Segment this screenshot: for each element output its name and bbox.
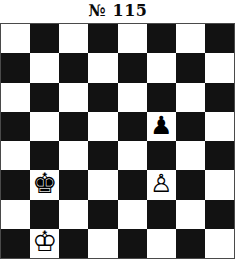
black-king-b3: ♚ <box>32 170 57 198</box>
square-a6 <box>1 83 30 112</box>
square-a3 <box>1 170 30 199</box>
square-f6 <box>147 83 176 112</box>
square-b7 <box>30 53 59 82</box>
square-g8 <box>176 24 205 53</box>
square-f5: ♟ <box>147 112 176 141</box>
square-h7 <box>205 53 234 82</box>
square-g3 <box>176 170 205 199</box>
square-a2 <box>1 200 30 229</box>
square-b5 <box>30 112 59 141</box>
square-f1 <box>147 229 176 258</box>
square-h6 <box>205 83 234 112</box>
square-b4 <box>30 141 59 170</box>
square-h2 <box>205 200 234 229</box>
square-c6 <box>59 83 88 112</box>
square-a1 <box>1 229 30 258</box>
white-pawn-f3: ♙ <box>150 171 172 196</box>
square-e7 <box>118 53 147 82</box>
white-king-b1: ♔ <box>32 229 57 257</box>
square-f2 <box>147 200 176 229</box>
square-f4 <box>147 141 176 170</box>
square-g6 <box>176 83 205 112</box>
square-b2 <box>30 200 59 229</box>
square-d8 <box>88 24 117 53</box>
square-f3: ♙ <box>147 170 176 199</box>
square-c8 <box>59 24 88 53</box>
square-d1 <box>88 229 117 258</box>
square-e1 <box>118 229 147 258</box>
square-b1: ♔ <box>30 229 59 258</box>
square-h8 <box>205 24 234 53</box>
diagram-title: № 115 <box>0 0 236 22</box>
square-a7 <box>1 53 30 82</box>
square-a4 <box>1 141 30 170</box>
square-f8 <box>147 24 176 53</box>
square-g4 <box>176 141 205 170</box>
square-h4 <box>205 141 234 170</box>
square-c2 <box>59 200 88 229</box>
square-h1 <box>205 229 234 258</box>
square-e5 <box>118 112 147 141</box>
square-g1 <box>176 229 205 258</box>
square-a5 <box>1 112 30 141</box>
square-c7 <box>59 53 88 82</box>
square-d2 <box>88 200 117 229</box>
square-f7 <box>147 53 176 82</box>
square-h5 <box>205 112 234 141</box>
square-g5 <box>176 112 205 141</box>
square-c4 <box>59 141 88 170</box>
square-b3: ♚ <box>30 170 59 199</box>
chess-diagram-page: № 115 ♟♚♙♔ <box>0 0 236 260</box>
square-d5 <box>88 112 117 141</box>
square-e4 <box>118 141 147 170</box>
square-b6 <box>30 83 59 112</box>
square-b8 <box>30 24 59 53</box>
square-d4 <box>88 141 117 170</box>
square-e8 <box>118 24 147 53</box>
square-d7 <box>88 53 117 82</box>
square-e2 <box>118 200 147 229</box>
square-c3 <box>59 170 88 199</box>
square-d3 <box>88 170 117 199</box>
square-c5 <box>59 112 88 141</box>
square-g7 <box>176 53 205 82</box>
square-c1 <box>59 229 88 258</box>
square-e6 <box>118 83 147 112</box>
square-g2 <box>176 200 205 229</box>
black-pawn-f5: ♟ <box>150 113 172 138</box>
square-d6 <box>88 83 117 112</box>
square-e3 <box>118 170 147 199</box>
square-h3 <box>205 170 234 199</box>
square-a8 <box>1 24 30 53</box>
chess-board: ♟♚♙♔ <box>0 23 235 259</box>
